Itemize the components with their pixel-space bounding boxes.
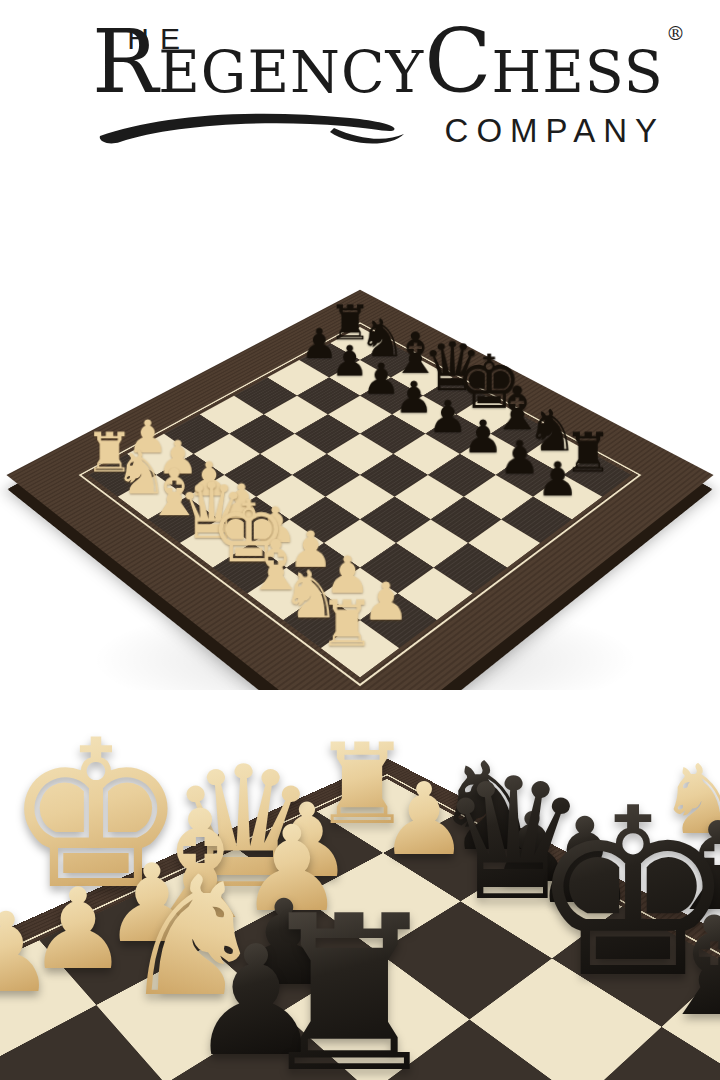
wordmark-regency-rest: EGENCY <box>158 39 424 105</box>
page-background: { "brand": { "the": "THE", "word1_initia… <box>0 0 720 1080</box>
registered-trademark-icon: ® <box>666 22 685 44</box>
brand-logo[interactable]: THE REGENCYCHESS® COMPANY <box>0 0 720 170</box>
black-bishop: ♝ <box>653 899 720 1035</box>
brand-company: COMPANY <box>445 112 665 150</box>
white-rook-h1: ♜ <box>319 593 375 656</box>
wordmark-initial-c: C <box>424 10 491 113</box>
black-pawn-h7: ♟ <box>533 455 582 502</box>
pieces-layer: ♜♞♝♛♚♝♞♜♟♟♟♟♟♟♟♟♟♟♟♟♟♟♟♟♜♞♝♛♚♝♞♜ <box>6 290 713 754</box>
perspective-stage: ♜♞♝♛♚♝♞♜♟♟♟♟♟♟♟♟♟♟♟♟♟♟♟♟♜♞♝♛♚♝♞♜ <box>0 170 720 690</box>
product-photo-main: ♜♞♝♛♚♝♞♜♟♟♟♟♟♟♟♟♟♟♟♟♟♟♟♟♜♞♝♛♚♝♞♜ <box>0 170 720 690</box>
wordmark-initial-r: R <box>92 10 158 113</box>
logo-swash-icon <box>98 110 408 146</box>
wordmark-chess-rest: HESS <box>491 39 663 105</box>
brand-wordmark: REGENCYCHESS® <box>92 18 683 106</box>
board-surface: ♜♞♝♛♚♝♞♜♟♟♟♟♟♟♟♟♟♟♟♟♟♟♟♟♜♞♝♛♚♝♞♜ <box>6 290 713 754</box>
product-photo-closeup: ♜♞♞♟♟♟♛♚♟♛♝♟♝♟♟♟♟♚♞♝♟♜ <box>0 690 720 1080</box>
black-rook: ♜ <box>253 887 446 1080</box>
chess-board: ♜♞♝♛♚♝♞♜♟♟♟♟♟♟♟♟♟♟♟♟♟♟♟♟♜♞♝♛♚♝♞♜ <box>6 290 713 754</box>
white-pawn: ♟ <box>0 898 55 1008</box>
closeup-pieces: ♜♞♞♟♟♟♛♚♟♛♝♟♝♟♟♟♟♚♞♝♟♜ <box>0 690 720 1080</box>
